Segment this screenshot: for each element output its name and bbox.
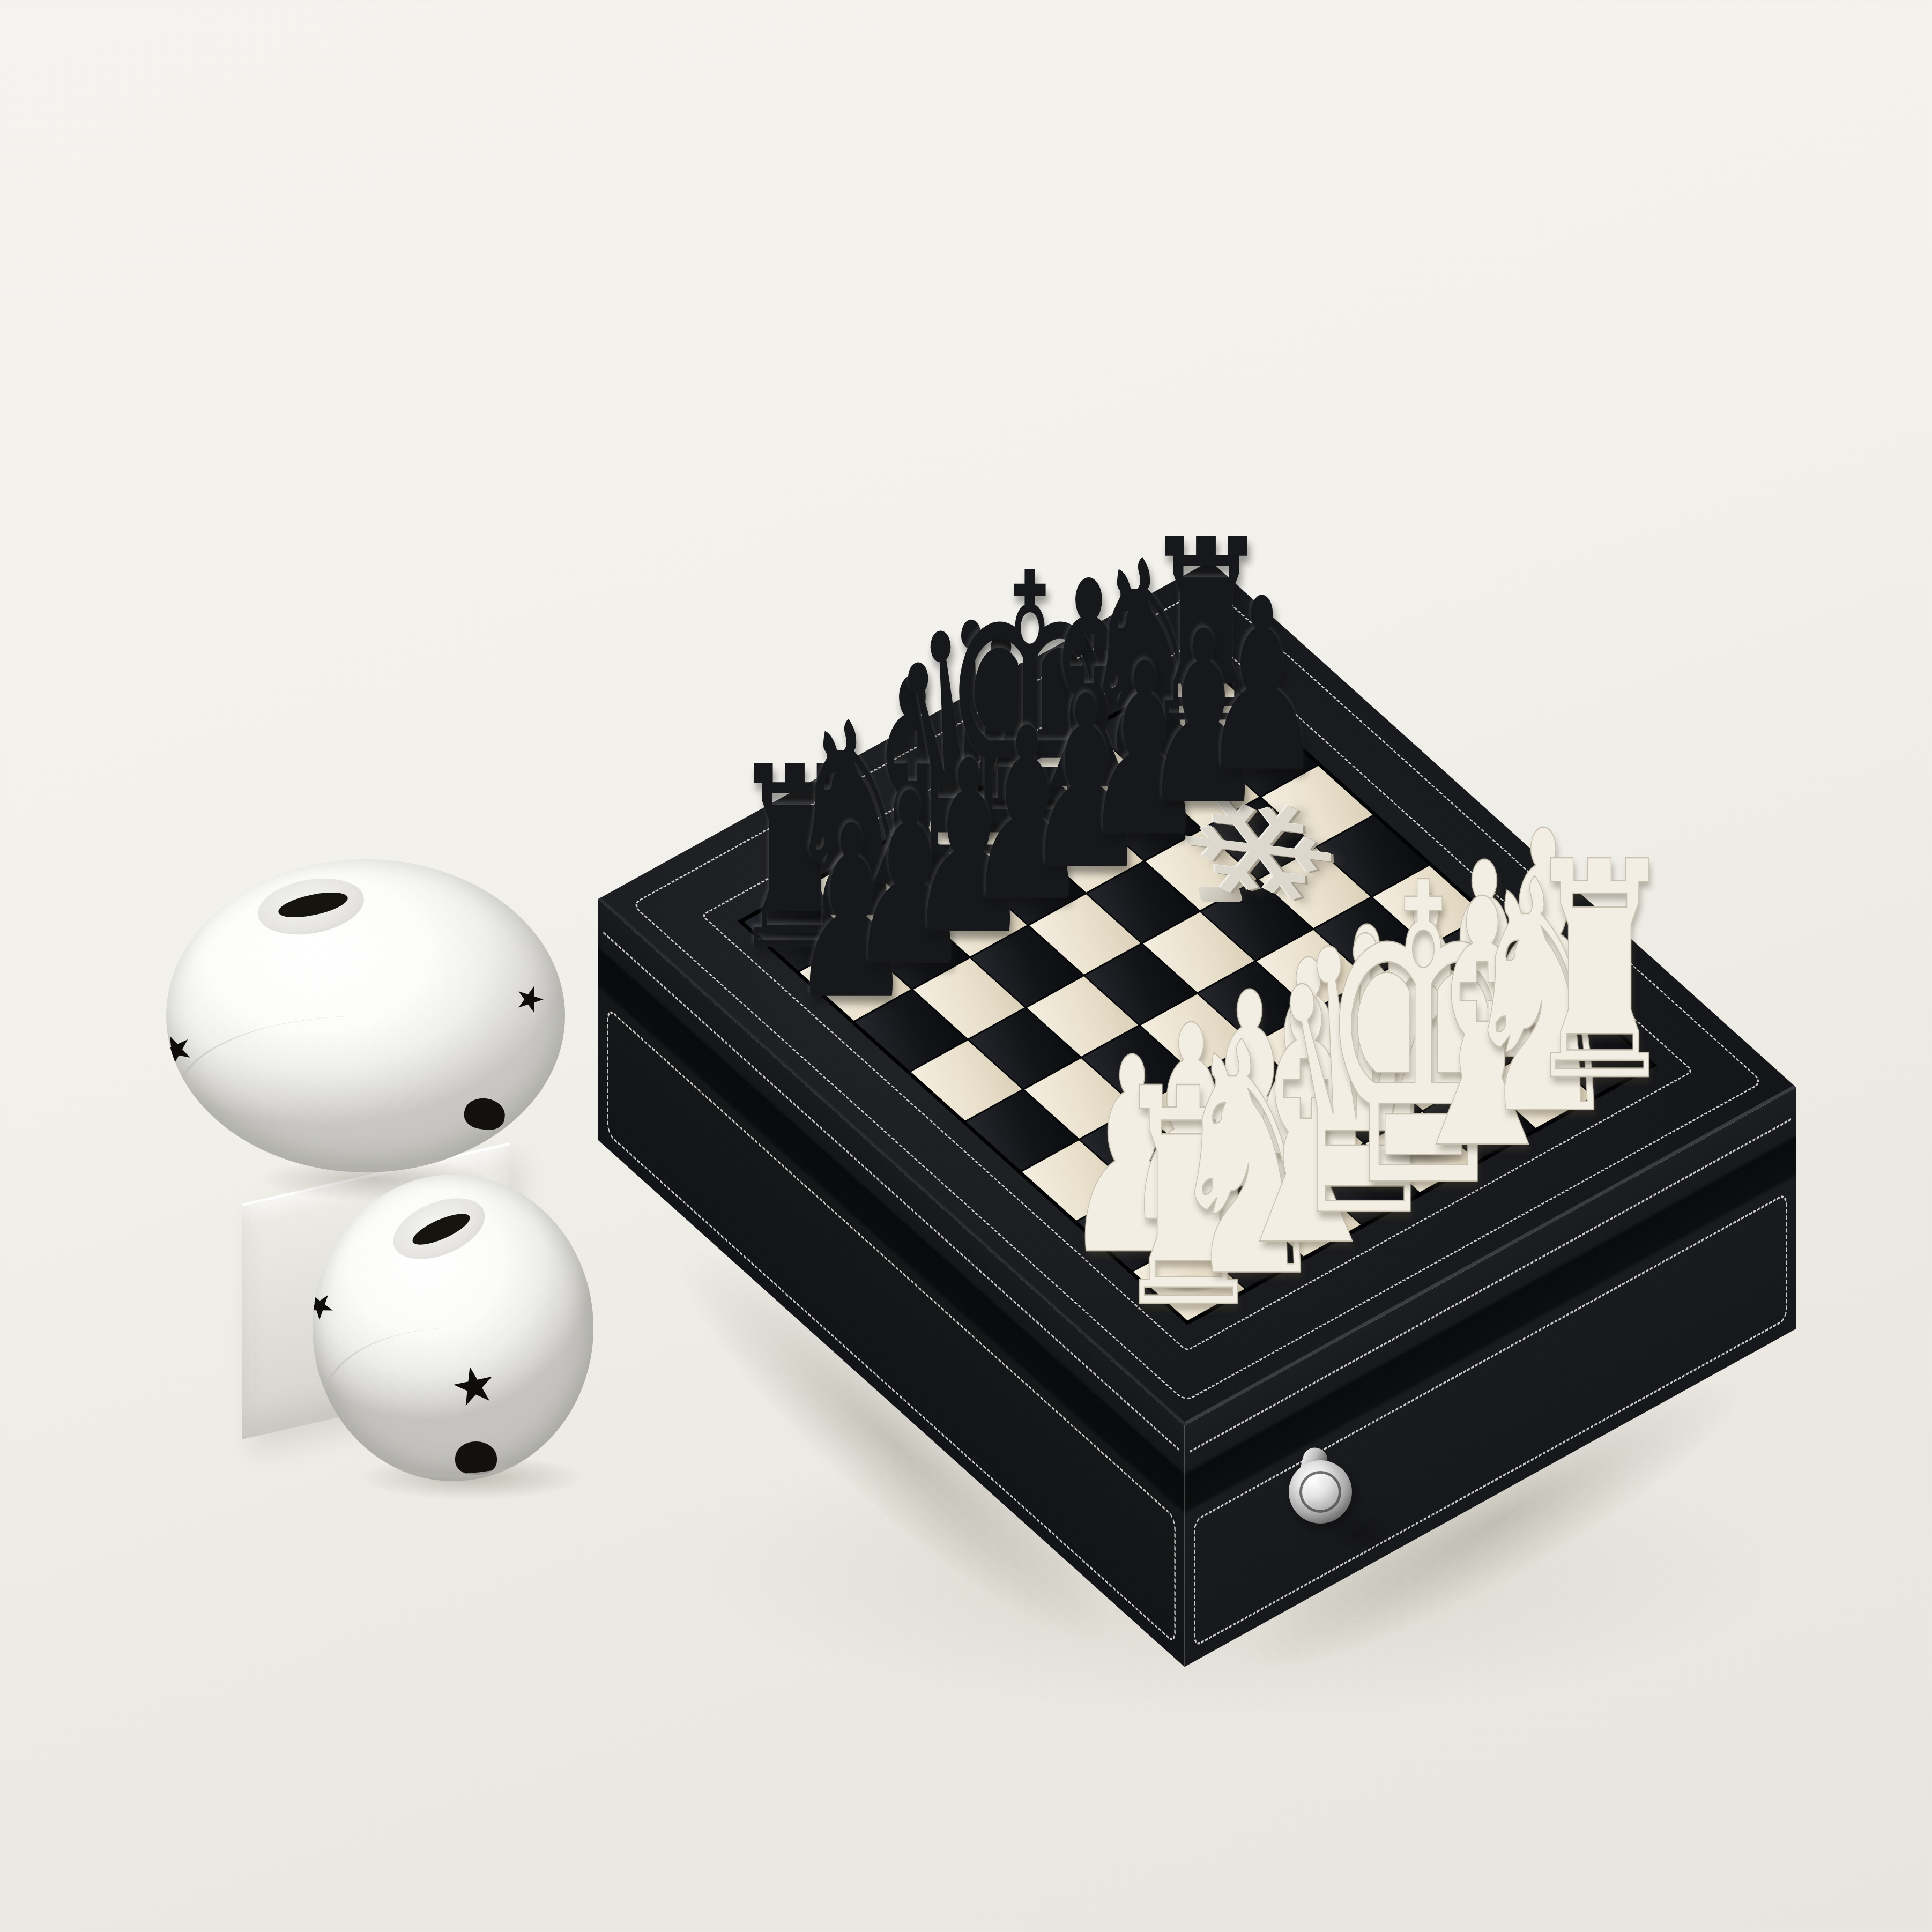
pieces-layer: ♜♞♝♛♚♝♞♜♟♟♟♟♟♟♟♟♟♟♟♟♟♟♟♟♜♞♝♛♚♝♞♜: [0, 0, 1932, 1932]
piece-black-pawn-h7[interactable]: ♟: [1200, 568, 1324, 806]
piece-white-rook-h1[interactable]: ♜: [1522, 823, 1677, 1122]
scene: ★ ★ ★ ★ ❄: [0, 0, 1932, 1932]
